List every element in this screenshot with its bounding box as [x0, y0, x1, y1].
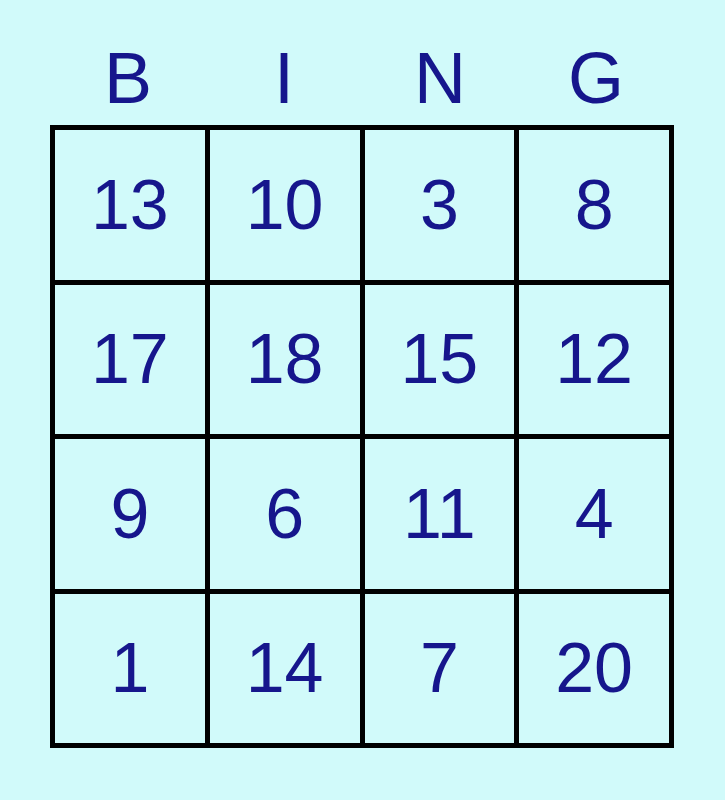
bingo-cell-r1c2[interactable]: 10: [210, 130, 360, 280]
bingo-cell-r3c3[interactable]: 11: [365, 439, 515, 589]
bingo-cell-r2c3[interactable]: 15: [365, 285, 515, 435]
bingo-cell-r4c3[interactable]: 7: [365, 594, 515, 744]
bingo-cell-r4c2[interactable]: 14: [210, 594, 360, 744]
bingo-grid: 13 10 3 8 17 18 15 12 9 6 11 4 1 14 7 20: [50, 125, 674, 748]
bingo-cell-r2c2[interactable]: 18: [210, 285, 360, 435]
bingo-cell-r2c1[interactable]: 17: [55, 285, 205, 435]
bingo-cell-r2c4[interactable]: 12: [519, 285, 669, 435]
bingo-cell-r4c1[interactable]: 1: [55, 594, 205, 744]
bingo-cell-r1c4[interactable]: 8: [519, 130, 669, 280]
header-letter-n: N: [362, 42, 518, 114]
header-letter-i: I: [206, 42, 362, 114]
bingo-cell-r1c1[interactable]: 13: [55, 130, 205, 280]
bingo-cell-r3c4[interactable]: 4: [519, 439, 669, 589]
bingo-cell-r1c3[interactable]: 3: [365, 130, 515, 280]
header-letter-b: B: [50, 42, 206, 114]
bingo-cell-r3c2[interactable]: 6: [210, 439, 360, 589]
bingo-cell-r4c4[interactable]: 20: [519, 594, 669, 744]
header-letter-g: G: [518, 42, 674, 114]
bingo-cell-r3c1[interactable]: 9: [55, 439, 205, 589]
bingo-header: B I N G: [50, 0, 674, 122]
